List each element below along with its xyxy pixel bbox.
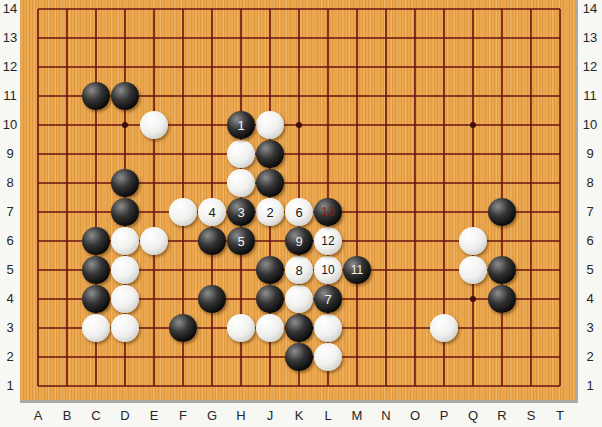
star-point-q4 xyxy=(470,296,476,302)
stone-black-d7 xyxy=(111,198,139,226)
col-label-a: A xyxy=(28,408,48,423)
col-label-n: N xyxy=(376,408,396,423)
column-labels-bottom: ABCDEFGHJKLMNOPQRST xyxy=(0,403,602,427)
row-label-right-14: 14 xyxy=(578,2,602,16)
stone-white-d5 xyxy=(111,256,139,284)
move-13-stone-l7: 13 xyxy=(314,198,342,226)
stone-black-f3 xyxy=(169,314,197,342)
stone-white-h3 xyxy=(227,314,255,342)
move-number: 10 xyxy=(321,264,334,276)
stone-black-c6 xyxy=(82,227,110,255)
stone-black-j8 xyxy=(256,169,284,197)
col-label-q: Q xyxy=(463,408,483,423)
stone-black-j4 xyxy=(256,285,284,313)
stone-white-q6 xyxy=(459,227,487,255)
move-8-stone-k5: 8 xyxy=(285,256,313,284)
col-label-g: G xyxy=(202,408,222,423)
col-label-h: H xyxy=(231,408,251,423)
move-10-stone-l5: 10 xyxy=(314,256,342,284)
col-label-e: E xyxy=(144,408,164,423)
move-number: 8 xyxy=(295,264,302,277)
move-7-stone-l4: 7 xyxy=(314,285,342,313)
row-label-left-10: 10 xyxy=(0,118,20,132)
row-label-left-14: 14 xyxy=(0,2,20,16)
stone-black-g4 xyxy=(198,285,226,313)
stone-white-d4 xyxy=(111,285,139,313)
col-label-j: J xyxy=(260,408,280,423)
move-number: 5 xyxy=(237,235,244,248)
move-number: 1 xyxy=(237,119,244,132)
move-4-stone-g7: 4 xyxy=(198,198,226,226)
stone-white-d3 xyxy=(111,314,139,342)
row-label-right-8: 8 xyxy=(578,176,602,190)
move-number: 3 xyxy=(237,206,244,219)
star-point-q10 xyxy=(470,122,476,128)
row-label-right-11: 11 xyxy=(578,89,602,103)
col-label-f: F xyxy=(173,408,193,423)
row-label-right-3: 3 xyxy=(578,321,602,335)
stone-white-p3 xyxy=(430,314,458,342)
row-label-left-13: 13 xyxy=(0,31,20,45)
col-label-b: B xyxy=(57,408,77,423)
go-move-diagram: 12345678910111213 1413121110987654321 14… xyxy=(0,0,602,427)
move-9-stone-k6: 9 xyxy=(285,227,313,255)
col-label-m: M xyxy=(347,408,367,423)
star-point-k10 xyxy=(296,122,302,128)
go-board: 12345678910111213 xyxy=(20,0,578,403)
stone-white-e6 xyxy=(140,227,168,255)
stone-black-k2 xyxy=(285,343,313,371)
stone-white-h8 xyxy=(227,169,255,197)
move-number: 2 xyxy=(266,206,273,219)
row-label-left-2: 2 xyxy=(0,350,20,364)
move-11-stone-m5: 11 xyxy=(343,256,371,284)
stone-black-c4 xyxy=(82,285,110,313)
row-label-left-12: 12 xyxy=(0,60,20,74)
stone-black-g6 xyxy=(198,227,226,255)
row-label-right-10: 10 xyxy=(578,118,602,132)
move-number: 6 xyxy=(295,206,302,219)
stone-black-k3 xyxy=(285,314,313,342)
stone-black-d8 xyxy=(111,169,139,197)
col-label-s: S xyxy=(521,408,541,423)
col-label-t: T xyxy=(550,408,570,423)
move-number: 4 xyxy=(208,206,215,219)
move-number: 13 xyxy=(321,206,334,218)
col-label-p: P xyxy=(434,408,454,423)
row-label-right-13: 13 xyxy=(578,31,602,45)
move-2-stone-j7: 2 xyxy=(256,198,284,226)
move-number: 7 xyxy=(324,293,331,306)
row-label-left-1: 1 xyxy=(0,379,20,393)
stone-white-k4 xyxy=(285,285,313,313)
row-label-left-11: 11 xyxy=(0,89,20,103)
stone-black-r7 xyxy=(488,198,516,226)
stone-black-c5 xyxy=(82,256,110,284)
row-label-left-8: 8 xyxy=(0,176,20,190)
stone-white-l3 xyxy=(314,314,342,342)
col-label-k: K xyxy=(289,408,309,423)
row-label-left-6: 6 xyxy=(0,234,20,248)
col-label-r: R xyxy=(492,408,512,423)
row-label-right-5: 5 xyxy=(578,263,602,277)
stone-black-d11 xyxy=(111,82,139,110)
row-label-right-7: 7 xyxy=(578,205,602,219)
col-label-o: O xyxy=(405,408,425,423)
row-label-left-7: 7 xyxy=(0,205,20,219)
stone-black-r5 xyxy=(488,256,516,284)
move-number: 11 xyxy=(351,264,363,276)
move-5-stone-h6: 5 xyxy=(227,227,255,255)
stone-white-d6 xyxy=(111,227,139,255)
move-12-stone-l6: 12 xyxy=(314,227,342,255)
move-1-stone-h10: 1 xyxy=(227,111,255,139)
row-label-right-12: 12 xyxy=(578,60,602,74)
stone-white-h9 xyxy=(227,140,255,168)
stone-black-r4 xyxy=(488,285,516,313)
row-labels-right: 1413121110987654321 xyxy=(578,0,602,427)
row-label-right-9: 9 xyxy=(578,147,602,161)
stone-white-f7 xyxy=(169,198,197,226)
move-3-stone-h7: 3 xyxy=(227,198,255,226)
stone-white-j10 xyxy=(256,111,284,139)
stone-black-c11 xyxy=(82,82,110,110)
row-label-right-2: 2 xyxy=(578,350,602,364)
stone-white-e10 xyxy=(140,111,168,139)
row-labels-left: 1413121110987654321 xyxy=(0,0,20,427)
stone-white-j3 xyxy=(256,314,284,342)
move-number: 9 xyxy=(295,235,302,248)
col-label-l: L xyxy=(318,408,338,423)
stone-black-j9 xyxy=(256,140,284,168)
row-label-left-4: 4 xyxy=(0,292,20,306)
row-label-left-3: 3 xyxy=(0,321,20,335)
stone-white-q5 xyxy=(459,256,487,284)
star-point-d10 xyxy=(122,122,128,128)
row-label-left-5: 5 xyxy=(0,263,20,277)
row-label-right-4: 4 xyxy=(578,292,602,306)
col-label-d: D xyxy=(115,408,135,423)
row-label-left-9: 9 xyxy=(0,147,20,161)
stone-white-c3 xyxy=(82,314,110,342)
move-6-stone-k7: 6 xyxy=(285,198,313,226)
row-label-right-6: 6 xyxy=(578,234,602,248)
stone-white-l2 xyxy=(314,343,342,371)
col-label-c: C xyxy=(86,408,106,423)
stone-black-j5 xyxy=(256,256,284,284)
move-number: 12 xyxy=(321,235,334,247)
row-label-right-1: 1 xyxy=(578,379,602,393)
